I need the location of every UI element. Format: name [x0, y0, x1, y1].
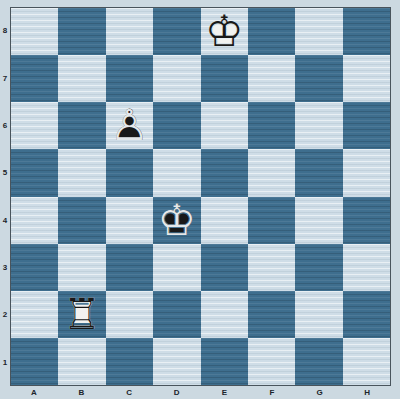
square-c4[interactable] — [106, 197, 153, 244]
square-g7[interactable] — [295, 55, 342, 102]
black-king-outline: ♔ — [153, 197, 200, 244]
rank-label-7: 7 — [0, 54, 10, 101]
square-d6[interactable] — [153, 102, 200, 149]
white-rook-outline: ♖ — [58, 291, 105, 338]
square-h2[interactable] — [343, 291, 390, 338]
square-b1[interactable] — [58, 338, 105, 385]
square-d8[interactable] — [153, 8, 200, 55]
white-king[interactable]: ♚♔ — [201, 8, 248, 55]
file-label-c: C — [105, 386, 153, 399]
square-c3[interactable] — [106, 244, 153, 291]
square-b2[interactable]: ♜♖ — [58, 291, 105, 338]
square-g4[interactable] — [295, 197, 342, 244]
square-g3[interactable] — [295, 244, 342, 291]
square-f7[interactable] — [248, 55, 295, 102]
square-d7[interactable] — [153, 55, 200, 102]
square-f5[interactable] — [248, 149, 295, 196]
square-f2[interactable] — [248, 291, 295, 338]
square-g5[interactable] — [295, 149, 342, 196]
square-d3[interactable] — [153, 244, 200, 291]
square-h4[interactable] — [343, 197, 390, 244]
rank-label-3: 3 — [0, 244, 10, 291]
rank-labels: 87654321 — [0, 7, 10, 386]
square-d2[interactable] — [153, 291, 200, 338]
square-h8[interactable] — [343, 8, 390, 55]
square-b6[interactable] — [58, 102, 105, 149]
rank-label-5: 5 — [0, 149, 10, 196]
black-pawn-outline: ♙ — [106, 102, 153, 149]
square-e2[interactable] — [201, 291, 248, 338]
square-a6[interactable] — [11, 102, 58, 149]
file-label-e: E — [201, 386, 249, 399]
white-rook[interactable]: ♜♖ — [58, 291, 105, 338]
square-f1[interactable] — [248, 338, 295, 385]
file-label-d: D — [153, 386, 201, 399]
square-c7[interactable] — [106, 55, 153, 102]
rank-label-1: 1 — [0, 339, 10, 386]
square-e5[interactable] — [201, 149, 248, 196]
chess-board: ♚♔♟♙♚♔♜♖ — [10, 7, 391, 386]
square-e3[interactable] — [201, 244, 248, 291]
square-f8[interactable] — [248, 8, 295, 55]
square-b8[interactable] — [58, 8, 105, 55]
square-a4[interactable] — [11, 197, 58, 244]
square-d4[interactable]: ♚♔ — [153, 197, 200, 244]
square-h1[interactable] — [343, 338, 390, 385]
rank-label-4: 4 — [0, 197, 10, 244]
black-king[interactable]: ♚♔ — [153, 197, 200, 244]
square-e7[interactable] — [201, 55, 248, 102]
square-c2[interactable] — [106, 291, 153, 338]
file-label-g: G — [296, 386, 344, 399]
square-a1[interactable] — [11, 338, 58, 385]
square-f4[interactable] — [248, 197, 295, 244]
square-h7[interactable] — [343, 55, 390, 102]
file-label-h: H — [343, 386, 391, 399]
square-h5[interactable] — [343, 149, 390, 196]
square-g8[interactable] — [295, 8, 342, 55]
black-pawn[interactable]: ♟♙ — [106, 102, 153, 149]
file-labels: ABCDEFGH — [10, 386, 391, 399]
square-c6[interactable]: ♟♙ — [106, 102, 153, 149]
square-b3[interactable] — [58, 244, 105, 291]
square-a8[interactable] — [11, 8, 58, 55]
square-b5[interactable] — [58, 149, 105, 196]
square-c8[interactable] — [106, 8, 153, 55]
square-c1[interactable] — [106, 338, 153, 385]
square-a7[interactable] — [11, 55, 58, 102]
file-label-f: F — [248, 386, 296, 399]
file-label-a: A — [10, 386, 58, 399]
white-king-outline: ♔ — [201, 8, 248, 55]
square-e6[interactable] — [201, 102, 248, 149]
square-g2[interactable] — [295, 291, 342, 338]
square-g6[interactable] — [295, 102, 342, 149]
square-f6[interactable] — [248, 102, 295, 149]
square-h6[interactable] — [343, 102, 390, 149]
square-g1[interactable] — [295, 338, 342, 385]
square-c5[interactable] — [106, 149, 153, 196]
rank-label-8: 8 — [0, 7, 10, 54]
chess-diagram: 87654321 ♚♔♟♙♚♔♜♖ ABCDEFGH — [0, 0, 400, 399]
square-a2[interactable] — [11, 291, 58, 338]
file-label-b: B — [58, 386, 106, 399]
square-a3[interactable] — [11, 244, 58, 291]
square-d5[interactable] — [153, 149, 200, 196]
square-b7[interactable] — [58, 55, 105, 102]
square-e8[interactable]: ♚♔ — [201, 8, 248, 55]
rank-label-6: 6 — [0, 102, 10, 149]
square-e4[interactable] — [201, 197, 248, 244]
square-f3[interactable] — [248, 244, 295, 291]
square-b4[interactable] — [58, 197, 105, 244]
square-d1[interactable] — [153, 338, 200, 385]
rank-label-2: 2 — [0, 291, 10, 338]
square-e1[interactable] — [201, 338, 248, 385]
square-h3[interactable] — [343, 244, 390, 291]
square-a5[interactable] — [11, 149, 58, 196]
